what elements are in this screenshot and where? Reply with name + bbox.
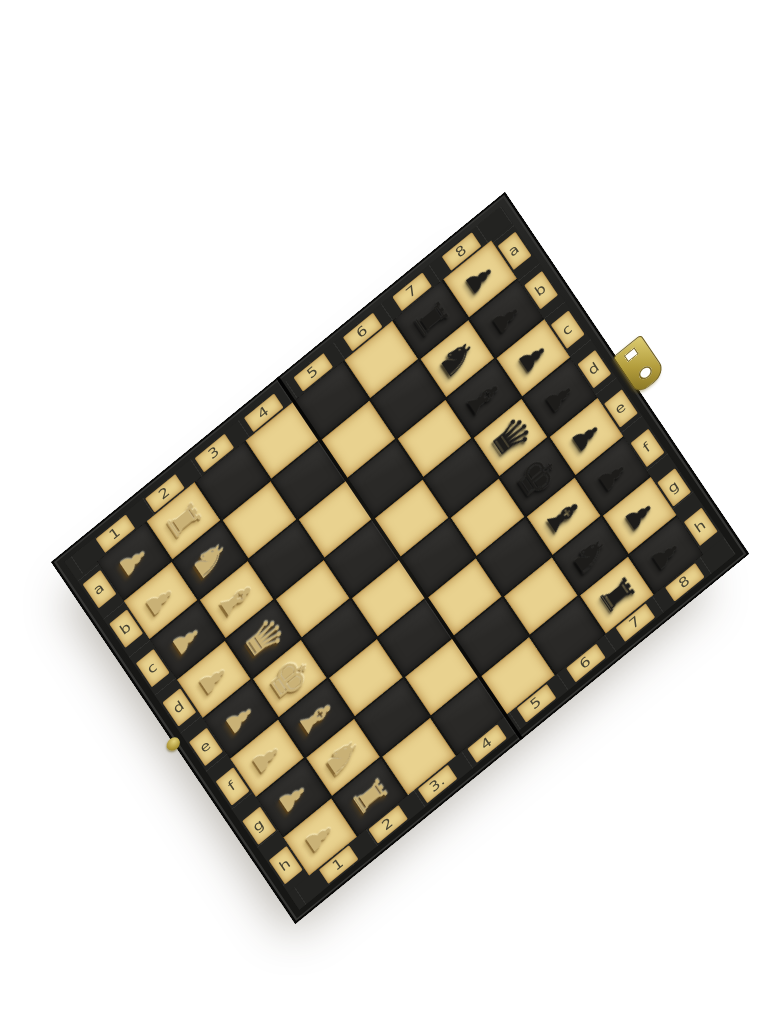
rank-label-right-6-text: 6: [578, 654, 594, 671]
rank-label-right-4-text: 4: [479, 735, 495, 752]
file-label-top-e-text: e: [613, 400, 628, 417]
file-label-bottom-d-text: d: [172, 699, 188, 716]
file-label-bottom-c-text: c: [146, 660, 160, 677]
chess-board: abcdefghabcdefgh87654321876543.21 ♟♟♟♟♟♟…: [51, 192, 749, 924]
rank-label-left-6-text: 6: [355, 323, 371, 340]
rank-label-right-7-text: 7: [628, 614, 644, 631]
rank-label-left-5-text: 5: [305, 364, 321, 381]
file-label-top-g-text: g: [666, 479, 682, 496]
photo-canvas: abcdefghabcdefgh87654321876543.21 ♟♟♟♟♟♟…: [0, 0, 768, 1024]
brass-catch-pin: [164, 734, 182, 753]
rank-label-right-2-text: 2: [380, 815, 396, 832]
file-label-bottom-h-text: h: [278, 856, 294, 873]
clasp-hole-icon: [637, 363, 655, 382]
file-label-bottom-e-text: e: [198, 738, 213, 755]
file-label-top-d-text: d: [587, 360, 603, 377]
file-label-top-h-text: h: [693, 518, 709, 535]
rank-label-left-3-text: 3: [207, 444, 223, 461]
rank-label-right-1-text: 1: [331, 856, 347, 873]
file-label-top-c-text: c: [561, 321, 575, 338]
file-label-top-f-text: f: [642, 441, 654, 455]
file-label-bottom-b-text: b: [118, 620, 134, 637]
rank-label-left-4-text: 4: [256, 404, 272, 421]
file-label-bottom-g-text: g: [251, 817, 267, 834]
file-label-top-b-text: b: [533, 281, 549, 298]
rank-label-left-8-text: 8: [454, 243, 470, 260]
rank-label-left-2-text: 2: [157, 485, 173, 502]
clasp-slot-icon: [624, 347, 639, 362]
file-label-bottom-f-text: f: [227, 779, 239, 793]
rank-label-right-8-text: 8: [677, 574, 693, 591]
file-label-top-a-text: a: [507, 242, 522, 259]
rank-label-left-1-text: 1: [108, 525, 124, 542]
rank-label-left-7-text: 7: [404, 283, 420, 300]
rank-label-right-5-text: 5: [529, 695, 545, 712]
file-label-bottom-a-text: a: [92, 581, 107, 598]
